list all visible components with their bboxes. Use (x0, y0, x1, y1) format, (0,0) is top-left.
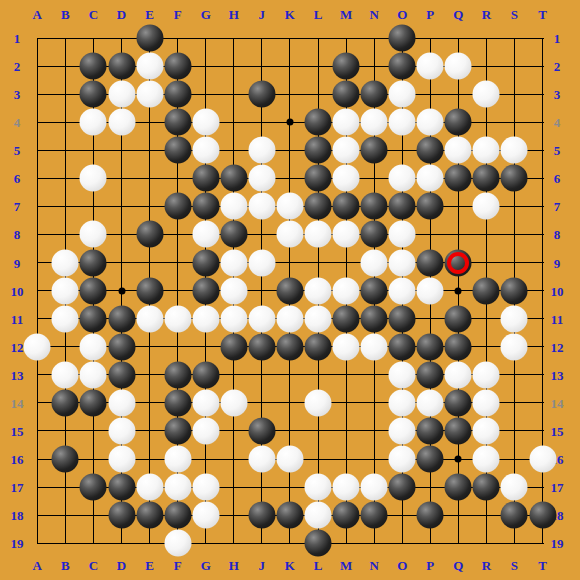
black-stone-f7[interactable] (164, 193, 191, 220)
white-stone-j9[interactable] (248, 249, 275, 276)
white-stone-b11[interactable] (52, 305, 79, 332)
black-stone-p16[interactable] (417, 446, 444, 473)
white-stone-r13[interactable] (473, 361, 500, 388)
column-label-bottom: G (201, 559, 211, 572)
row-label-right: 6 (554, 172, 561, 185)
grid-line-vertical (37, 38, 38, 544)
column-label-top: J (259, 8, 266, 21)
row-label-left: 17 (11, 481, 24, 494)
black-stone-m3[interactable] (333, 81, 360, 108)
row-label-left: 10 (11, 284, 24, 297)
white-stone-g18[interactable] (192, 502, 219, 529)
black-stone-c14[interactable] (80, 389, 107, 416)
black-stone-p18[interactable] (417, 502, 444, 529)
white-stone-g14[interactable] (192, 389, 219, 416)
column-label-top: L (314, 8, 323, 21)
white-stone-n4[interactable] (361, 109, 388, 136)
black-stone-h8[interactable] (220, 221, 247, 248)
white-stone-f11[interactable] (164, 305, 191, 332)
black-stone-p9[interactable] (417, 249, 444, 276)
black-stone-o17[interactable] (389, 474, 416, 501)
column-label-bottom: E (145, 559, 154, 572)
row-label-right: 2 (554, 60, 561, 73)
white-stone-r14[interactable] (473, 389, 500, 416)
black-stone-g13[interactable] (192, 361, 219, 388)
column-label-top: S (511, 8, 518, 21)
black-stone-l19[interactable] (305, 530, 332, 557)
black-stone-e1[interactable] (136, 25, 163, 52)
column-label-top: P (426, 8, 434, 21)
column-label-top: F (174, 8, 182, 21)
last-move-marker (447, 252, 469, 274)
black-stone-p7[interactable] (417, 193, 444, 220)
white-stone-m4[interactable] (333, 109, 360, 136)
white-stone-g8[interactable] (192, 221, 219, 248)
white-stone-o4[interactable] (389, 109, 416, 136)
column-label-bottom: H (229, 559, 239, 572)
black-stone-r17[interactable] (473, 474, 500, 501)
white-stone-j5[interactable] (248, 137, 275, 164)
white-stone-o16[interactable] (389, 446, 416, 473)
black-stone-k10[interactable] (276, 277, 303, 304)
white-stone-e3[interactable] (136, 81, 163, 108)
black-stone-c2[interactable] (80, 53, 107, 80)
row-label-right: 5 (554, 144, 561, 157)
white-stone-l11[interactable] (305, 305, 332, 332)
black-stone-m11[interactable] (333, 305, 360, 332)
white-stone-r16[interactable] (473, 446, 500, 473)
black-stone-n10[interactable] (361, 277, 388, 304)
black-stone-d17[interactable] (108, 474, 135, 501)
black-stone-g6[interactable] (192, 165, 219, 192)
white-stone-q2[interactable] (445, 53, 472, 80)
column-label-bottom: A (33, 559, 42, 572)
black-stone-b14[interactable] (52, 389, 79, 416)
white-stone-d4[interactable] (108, 109, 135, 136)
white-stone-f17[interactable] (164, 474, 191, 501)
row-label-left: 13 (11, 368, 24, 381)
black-stone-h12[interactable] (220, 333, 247, 360)
row-label-right: 19 (551, 537, 564, 550)
black-stone-q4[interactable] (445, 109, 472, 136)
white-stone-l17[interactable] (305, 474, 332, 501)
column-label-top: H (229, 8, 239, 21)
black-stone-c10[interactable] (80, 277, 107, 304)
white-stone-d14[interactable] (108, 389, 135, 416)
white-stone-n12[interactable] (361, 333, 388, 360)
white-stone-p6[interactable] (417, 165, 444, 192)
white-stone-m12[interactable] (333, 333, 360, 360)
row-label-left: 12 (11, 340, 24, 353)
black-stone-s18[interactable] (501, 502, 528, 529)
black-stone-c3[interactable] (80, 81, 107, 108)
white-stone-g17[interactable] (192, 474, 219, 501)
white-stone-d3[interactable] (108, 81, 135, 108)
white-stone-b10[interactable] (52, 277, 79, 304)
black-stone-n7[interactable] (361, 193, 388, 220)
white-stone-m10[interactable] (333, 277, 360, 304)
black-stone-f4[interactable] (164, 109, 191, 136)
black-stone-d18[interactable] (108, 502, 135, 529)
black-stone-e10[interactable] (136, 277, 163, 304)
row-label-left: 5 (14, 144, 21, 157)
black-stone-n3[interactable] (361, 81, 388, 108)
black-stone-c11[interactable] (80, 305, 107, 332)
row-label-left: 2 (14, 60, 21, 73)
white-stone-d16[interactable] (108, 446, 135, 473)
white-stone-m6[interactable] (333, 165, 360, 192)
column-label-top: R (482, 8, 491, 21)
black-stone-d13[interactable] (108, 361, 135, 388)
black-stone-f13[interactable] (164, 361, 191, 388)
white-stone-j7[interactable] (248, 193, 275, 220)
column-label-top: C (89, 8, 98, 21)
column-label-bottom: P (426, 559, 434, 572)
white-stone-b9[interactable] (52, 249, 79, 276)
black-stone-m2[interactable] (333, 53, 360, 80)
white-stone-e2[interactable] (136, 53, 163, 80)
white-stone-o9[interactable] (389, 249, 416, 276)
black-stone-o2[interactable] (389, 53, 416, 80)
row-label-right: 11 (551, 312, 563, 325)
star-point (455, 456, 462, 463)
column-label-top: G (201, 8, 211, 21)
star-point (118, 287, 125, 294)
row-label-left: 19 (11, 537, 24, 550)
white-stone-c6[interactable] (80, 165, 107, 192)
white-stone-r7[interactable] (473, 193, 500, 220)
column-label-bottom: T (538, 559, 547, 572)
white-stone-h10[interactable] (220, 277, 247, 304)
column-label-top: D (117, 8, 126, 21)
black-stone-o11[interactable] (389, 305, 416, 332)
row-label-left: 15 (11, 424, 24, 437)
column-label-bottom: B (61, 559, 70, 572)
row-label-left: 14 (11, 396, 24, 409)
black-stone-h6[interactable] (220, 165, 247, 192)
white-stone-c12[interactable] (80, 333, 107, 360)
row-label-left: 7 (14, 200, 21, 213)
row-label-right: 9 (554, 256, 561, 269)
column-label-top: N (369, 8, 378, 21)
white-stone-m5[interactable] (333, 137, 360, 164)
black-stone-r10[interactable] (473, 277, 500, 304)
white-stone-s5[interactable] (501, 137, 528, 164)
black-stone-p12[interactable] (417, 333, 444, 360)
white-stone-f19[interactable] (164, 530, 191, 557)
white-stone-g4[interactable] (192, 109, 219, 136)
black-stone-n11[interactable] (361, 305, 388, 332)
black-stone-d2[interactable] (108, 53, 135, 80)
white-stone-h14[interactable] (220, 389, 247, 416)
grid-line-horizontal (37, 38, 543, 39)
black-stone-f3[interactable] (164, 81, 191, 108)
row-label-right: 17 (551, 481, 564, 494)
white-stone-s12[interactable] (501, 333, 528, 360)
black-stone-j15[interactable] (248, 417, 275, 444)
star-point (286, 119, 293, 126)
column-label-top: O (397, 8, 407, 21)
white-stone-o8[interactable] (389, 221, 416, 248)
black-stone-f14[interactable] (164, 389, 191, 416)
black-stone-p13[interactable] (417, 361, 444, 388)
white-stone-g11[interactable] (192, 305, 219, 332)
row-label-right: 1 (554, 32, 561, 45)
column-label-top: E (145, 8, 154, 21)
white-stone-k7[interactable] (276, 193, 303, 220)
black-stone-q6[interactable] (445, 165, 472, 192)
go-board[interactable]: AA11BB22CC33DD44EE55FF66GG77HH88JJ99KK10… (0, 0, 580, 580)
black-stone-g9[interactable] (192, 249, 219, 276)
white-stone-e17[interactable] (136, 474, 163, 501)
black-stone-l4[interactable] (305, 109, 332, 136)
row-label-left: 18 (11, 509, 24, 522)
black-stone-s10[interactable] (501, 277, 528, 304)
row-label-right: 15 (551, 424, 564, 437)
black-stone-l5[interactable] (305, 137, 332, 164)
black-stone-f15[interactable] (164, 417, 191, 444)
white-stone-d15[interactable] (108, 417, 135, 444)
row-label-left: 9 (14, 256, 21, 269)
column-label-top: Q (453, 8, 463, 21)
white-stone-c8[interactable] (80, 221, 107, 248)
column-label-bottom: D (117, 559, 126, 572)
white-stone-r15[interactable] (473, 417, 500, 444)
black-stone-o7[interactable] (389, 193, 416, 220)
white-stone-h11[interactable] (220, 305, 247, 332)
white-stone-p2[interactable] (417, 53, 444, 80)
white-stone-s17[interactable] (501, 474, 528, 501)
white-stone-o14[interactable] (389, 389, 416, 416)
white-stone-j11[interactable] (248, 305, 275, 332)
black-stone-s6[interactable] (501, 165, 528, 192)
row-label-left: 3 (14, 88, 21, 101)
white-stone-e11[interactable] (136, 305, 163, 332)
white-stone-p14[interactable] (417, 389, 444, 416)
column-label-top: M (340, 8, 352, 21)
white-stone-r3[interactable] (473, 81, 500, 108)
column-label-bottom: M (340, 559, 352, 572)
black-stone-e8[interactable] (136, 221, 163, 248)
column-label-bottom: N (369, 559, 378, 572)
black-stone-q12[interactable] (445, 333, 472, 360)
row-label-right: 10 (551, 284, 564, 297)
row-label-left: 16 (11, 453, 24, 466)
row-label-left: 6 (14, 172, 21, 185)
black-stone-p5[interactable] (417, 137, 444, 164)
white-stone-l10[interactable] (305, 277, 332, 304)
white-stone-c13[interactable] (80, 361, 107, 388)
black-stone-q15[interactable] (445, 417, 472, 444)
black-stone-c9[interactable] (80, 249, 107, 276)
white-stone-n17[interactable] (361, 474, 388, 501)
white-stone-h7[interactable] (220, 193, 247, 220)
black-stone-l7[interactable] (305, 193, 332, 220)
black-stone-c17[interactable] (80, 474, 107, 501)
black-stone-q11[interactable] (445, 305, 472, 332)
column-label-bottom: C (89, 559, 98, 572)
black-stone-n18[interactable] (361, 502, 388, 529)
row-label-right: 7 (554, 200, 561, 213)
black-stone-m7[interactable] (333, 193, 360, 220)
white-stone-q13[interactable] (445, 361, 472, 388)
white-stone-h9[interactable] (220, 249, 247, 276)
black-stone-l6[interactable] (305, 165, 332, 192)
white-stone-k11[interactable] (276, 305, 303, 332)
black-stone-j18[interactable] (248, 502, 275, 529)
row-label-right: 4 (554, 116, 561, 129)
black-stone-k18[interactable] (276, 502, 303, 529)
black-stone-d11[interactable] (108, 305, 135, 332)
white-stone-a12[interactable] (24, 333, 51, 360)
column-label-top: A (33, 8, 42, 21)
column-label-bottom: L (314, 559, 323, 572)
white-stone-l8[interactable] (305, 221, 332, 248)
white-stone-n9[interactable] (361, 249, 388, 276)
white-stone-o13[interactable] (389, 361, 416, 388)
white-stone-o10[interactable] (389, 277, 416, 304)
black-stone-o12[interactable] (389, 333, 416, 360)
column-label-bottom: R (482, 559, 491, 572)
white-stone-t16[interactable] (529, 446, 556, 473)
black-stone-l12[interactable] (305, 333, 332, 360)
black-stone-e18[interactable] (136, 502, 163, 529)
white-stone-f16[interactable] (164, 446, 191, 473)
black-stone-f18[interactable] (164, 502, 191, 529)
row-label-right: 8 (554, 228, 561, 241)
black-stone-m18[interactable] (333, 502, 360, 529)
white-stone-m8[interactable] (333, 221, 360, 248)
black-stone-r6[interactable] (473, 165, 500, 192)
black-stone-p15[interactable] (417, 417, 444, 444)
white-stone-o3[interactable] (389, 81, 416, 108)
white-stone-o6[interactable] (389, 165, 416, 192)
black-stone-f2[interactable] (164, 53, 191, 80)
white-stone-j6[interactable] (248, 165, 275, 192)
white-stone-q5[interactable] (445, 137, 472, 164)
black-stone-q14[interactable] (445, 389, 472, 416)
white-stone-o15[interactable] (389, 417, 416, 444)
column-label-top: B (61, 8, 70, 21)
grid-line-horizontal (37, 543, 543, 544)
white-stone-p10[interactable] (417, 277, 444, 304)
white-stone-g5[interactable] (192, 137, 219, 164)
white-stone-l14[interactable] (305, 389, 332, 416)
black-stone-t18[interactable] (529, 502, 556, 529)
star-point (455, 287, 462, 294)
black-stone-n5[interactable] (361, 137, 388, 164)
black-stone-o1[interactable] (389, 25, 416, 52)
white-stone-r5[interactable] (473, 137, 500, 164)
white-stone-m17[interactable] (333, 474, 360, 501)
white-stone-p4[interactable] (417, 109, 444, 136)
white-stone-k8[interactable] (276, 221, 303, 248)
black-stone-q17[interactable] (445, 474, 472, 501)
column-label-top: T (538, 8, 547, 21)
column-label-bottom: Q (453, 559, 463, 572)
column-label-bottom: S (511, 559, 518, 572)
black-stone-j12[interactable] (248, 333, 275, 360)
white-stone-b13[interactable] (52, 361, 79, 388)
row-label-right: 12 (551, 340, 564, 353)
column-label-top: K (285, 8, 295, 21)
black-stone-b16[interactable] (52, 446, 79, 473)
column-label-bottom: F (174, 559, 182, 572)
row-label-right: 3 (554, 88, 561, 101)
black-stone-k12[interactable] (276, 333, 303, 360)
column-label-bottom: J (259, 559, 266, 572)
white-stone-l18[interactable] (305, 502, 332, 529)
row-label-left: 8 (14, 228, 21, 241)
white-stone-k16[interactable] (276, 446, 303, 473)
column-label-bottom: O (397, 559, 407, 572)
column-label-bottom: K (285, 559, 295, 572)
black-stone-f5[interactable] (164, 137, 191, 164)
white-stone-j16[interactable] (248, 446, 275, 473)
white-stone-s11[interactable] (501, 305, 528, 332)
white-stone-g15[interactable] (192, 417, 219, 444)
black-stone-g7[interactable] (192, 193, 219, 220)
white-stone-c4[interactable] (80, 109, 107, 136)
black-stone-g10[interactable] (192, 277, 219, 304)
row-label-left: 4 (14, 116, 21, 129)
black-stone-j3[interactable] (248, 81, 275, 108)
row-label-right: 14 (551, 396, 564, 409)
black-stone-n8[interactable] (361, 221, 388, 248)
black-stone-d12[interactable] (108, 333, 135, 360)
row-label-right: 13 (551, 368, 564, 381)
row-label-left: 1 (14, 32, 21, 45)
row-label-left: 11 (11, 312, 23, 325)
